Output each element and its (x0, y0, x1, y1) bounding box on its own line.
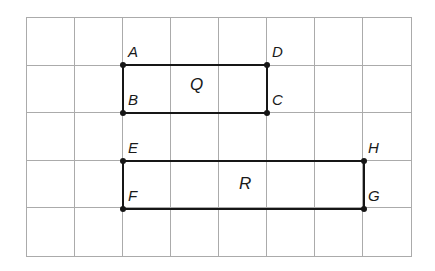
diagram-canvas: A D B C E H F G Q R (0, 0, 435, 271)
grid-cell (171, 208, 219, 256)
grid-cell (75, 18, 123, 66)
rectangle-q-label: Q (190, 76, 203, 93)
vertex-dot-c (264, 110, 270, 116)
grid-cell (75, 66, 123, 114)
grid-cell (363, 66, 411, 114)
grid-cell (363, 18, 411, 66)
grid-cell (27, 66, 75, 114)
grid-cell (27, 18, 75, 66)
vertex-dot-f (120, 206, 126, 212)
grid-cell (315, 113, 363, 161)
vertex-dot-e (120, 158, 126, 164)
grid-cell (315, 66, 363, 114)
vertex-label-a: A (128, 44, 138, 59)
vertex-dot-b (120, 110, 126, 116)
grid-cell (363, 208, 411, 256)
grid-cell (315, 208, 363, 256)
vertex-label-g: G (368, 188, 380, 203)
grid-cell (219, 208, 267, 256)
grid-cell (171, 113, 219, 161)
grid-cell (123, 208, 171, 256)
grid-cell (171, 18, 219, 66)
vertex-label-c: C (272, 92, 283, 107)
grid-cell (27, 113, 75, 161)
grid-cell (315, 18, 363, 66)
rectangle-r-label: R (239, 175, 251, 192)
grid-cell (27, 161, 75, 209)
vertex-label-e: E (128, 140, 138, 155)
vertex-label-b: B (128, 92, 138, 107)
vertex-dot-d (264, 62, 270, 68)
grid-cell (219, 18, 267, 66)
grid-cell (27, 208, 75, 256)
vertex-dot-a (120, 62, 126, 68)
grid-cell (267, 113, 315, 161)
vertex-label-h: H (368, 140, 379, 155)
grid-cell (267, 208, 315, 256)
coordinate-grid (26, 17, 412, 257)
vertex-label-d: D (272, 44, 283, 59)
vertex-dot-g (361, 206, 367, 212)
vertex-label-f: F (128, 188, 137, 203)
grid-cell (219, 113, 267, 161)
grid-cell (75, 113, 123, 161)
grid-cell (75, 161, 123, 209)
grid-cell (75, 208, 123, 256)
vertex-dot-h (361, 158, 367, 164)
